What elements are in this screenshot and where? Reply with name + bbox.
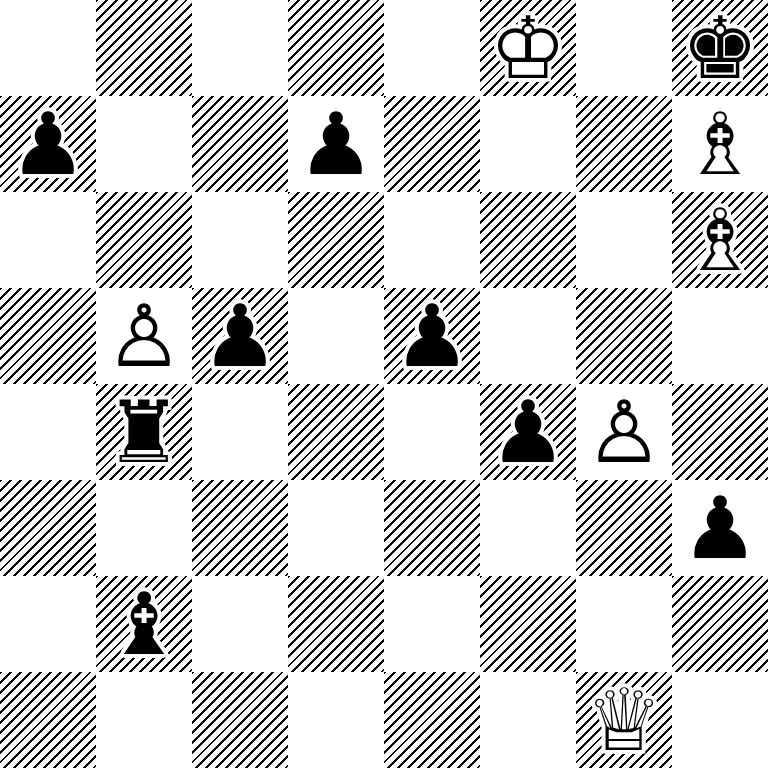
square-e6[interactable]: [384, 192, 480, 288]
square-d6[interactable]: [288, 192, 384, 288]
square-c7[interactable]: [192, 96, 288, 192]
square-e4[interactable]: [384, 384, 480, 480]
white-bishop-icon: ♗: [672, 192, 768, 288]
white-queen-halo: ♛: [576, 672, 672, 768]
square-d8[interactable]: [288, 0, 384, 96]
black-pawn-icon: ♟: [480, 384, 576, 480]
white-king-halo: ♚: [480, 0, 576, 96]
black-rook-halo: ♜: [96, 384, 192, 480]
square-h4[interactable]: [672, 384, 768, 480]
white-pawn-halo: ♟: [96, 288, 192, 384]
square-c1[interactable]: [192, 672, 288, 768]
square-g2[interactable]: [576, 576, 672, 672]
black-pawn-icon: ♟: [288, 96, 384, 192]
white-pawn-icon: ♙: [576, 384, 672, 480]
square-a7[interactable]: ♟♟: [0, 96, 96, 192]
black-pawn-icon: ♟: [384, 288, 480, 384]
square-f2[interactable]: [480, 576, 576, 672]
square-d1[interactable]: [288, 672, 384, 768]
black-pawn-halo: ♟: [672, 480, 768, 576]
square-e8[interactable]: [384, 0, 480, 96]
square-b5[interactable]: ♟♙: [96, 288, 192, 384]
white-bishop-halo: ♝: [672, 96, 768, 192]
square-c2[interactable]: [192, 576, 288, 672]
square-g4[interactable]: ♟♙: [576, 384, 672, 480]
square-b8[interactable]: [96, 0, 192, 96]
white-pawn-halo: ♟: [576, 384, 672, 480]
white-bishop-halo: ♝: [672, 192, 768, 288]
black-pawn-halo: ♟: [288, 96, 384, 192]
white-queen-icon: ♕: [576, 672, 672, 768]
square-h1[interactable]: [672, 672, 768, 768]
square-f6[interactable]: [480, 192, 576, 288]
square-a2[interactable]: [0, 576, 96, 672]
square-c4[interactable]: [192, 384, 288, 480]
square-a3[interactable]: [0, 480, 96, 576]
square-a4[interactable]: [0, 384, 96, 480]
chess-board: ♚♔♚♚♟♟♟♟♝♗♝♗♟♙♟♟♟♟♜♜♟♟♟♙♟♟♝♝♛♕: [0, 0, 768, 768]
black-pawn-icon: ♟: [0, 96, 96, 192]
black-king-icon: ♚: [672, 0, 768, 96]
square-a5[interactable]: [0, 288, 96, 384]
white-pawn-icon: ♙: [96, 288, 192, 384]
square-e2[interactable]: [384, 576, 480, 672]
square-b7[interactable]: [96, 96, 192, 192]
square-g3[interactable]: [576, 480, 672, 576]
square-h2[interactable]: [672, 576, 768, 672]
black-pawn-halo: ♟: [192, 288, 288, 384]
square-f8[interactable]: ♚♔: [480, 0, 576, 96]
white-bishop-icon: ♗: [672, 96, 768, 192]
square-h8[interactable]: ♚♚: [672, 0, 768, 96]
square-d2[interactable]: [288, 576, 384, 672]
square-f4[interactable]: ♟♟: [480, 384, 576, 480]
black-pawn-icon: ♟: [192, 288, 288, 384]
square-g5[interactable]: [576, 288, 672, 384]
square-g1[interactable]: ♛♕: [576, 672, 672, 768]
black-pawn-halo: ♟: [384, 288, 480, 384]
square-e7[interactable]: [384, 96, 480, 192]
square-g7[interactable]: [576, 96, 672, 192]
square-b6[interactable]: [96, 192, 192, 288]
square-h5[interactable]: [672, 288, 768, 384]
square-a1[interactable]: [0, 672, 96, 768]
square-b3[interactable]: [96, 480, 192, 576]
square-f3[interactable]: [480, 480, 576, 576]
white-king-icon: ♔: [480, 0, 576, 96]
black-rook-icon: ♜: [96, 384, 192, 480]
square-c6[interactable]: [192, 192, 288, 288]
square-h3[interactable]: ♟♟: [672, 480, 768, 576]
square-d4[interactable]: [288, 384, 384, 480]
square-g6[interactable]: [576, 192, 672, 288]
black-pawn-icon: ♟: [672, 480, 768, 576]
square-c3[interactable]: [192, 480, 288, 576]
square-c8[interactable]: [192, 0, 288, 96]
black-king-halo: ♚: [672, 0, 768, 96]
square-f5[interactable]: [480, 288, 576, 384]
black-bishop-icon: ♝: [96, 576, 192, 672]
square-c5[interactable]: ♟♟: [192, 288, 288, 384]
square-e5[interactable]: ♟♟: [384, 288, 480, 384]
square-d7[interactable]: ♟♟: [288, 96, 384, 192]
square-b4[interactable]: ♜♜: [96, 384, 192, 480]
square-a6[interactable]: [0, 192, 96, 288]
square-b2[interactable]: ♝♝: [96, 576, 192, 672]
square-h6[interactable]: ♝♗: [672, 192, 768, 288]
square-e1[interactable]: [384, 672, 480, 768]
square-f7[interactable]: [480, 96, 576, 192]
square-d3[interactable]: [288, 480, 384, 576]
square-b1[interactable]: [96, 672, 192, 768]
square-f1[interactable]: [480, 672, 576, 768]
black-bishop-halo: ♝: [96, 576, 192, 672]
square-h7[interactable]: ♝♗: [672, 96, 768, 192]
square-g8[interactable]: [576, 0, 672, 96]
black-pawn-halo: ♟: [480, 384, 576, 480]
square-a8[interactable]: [0, 0, 96, 96]
square-e3[interactable]: [384, 480, 480, 576]
square-d5[interactable]: [288, 288, 384, 384]
black-pawn-halo: ♟: [0, 96, 96, 192]
